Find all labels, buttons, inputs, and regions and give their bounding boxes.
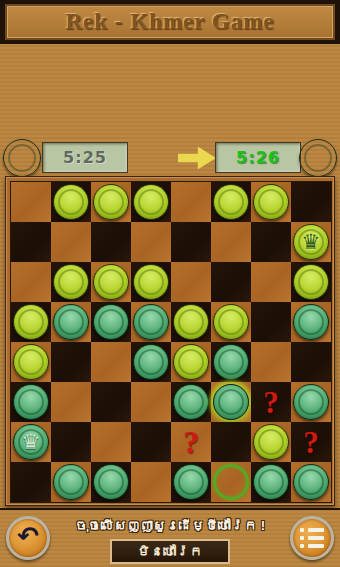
green-man[interactable] — [293, 384, 329, 420]
square-r0c2[interactable] — [91, 182, 131, 222]
menu-list-icon — [300, 528, 324, 548]
yellow-man[interactable] — [133, 184, 169, 220]
square-r7c5[interactable] — [211, 462, 251, 502]
square-r5c7[interactable] — [291, 382, 331, 422]
decline-call-label: មិនហៅរ៉ែក — [138, 544, 203, 559]
left-player-timer: 5:25 — [42, 142, 128, 173]
square-r5c3[interactable] — [131, 382, 171, 422]
square-r6c3[interactable] — [131, 422, 171, 462]
right-player-piece-icon — [299, 139, 337, 177]
square-r7c3[interactable] — [131, 462, 171, 502]
green-man[interactable] — [213, 344, 249, 380]
square-r3c3[interactable] — [131, 302, 171, 342]
square-r1c1[interactable] — [51, 222, 91, 262]
square-r4c0[interactable] — [11, 342, 51, 382]
square-r1c4[interactable] — [171, 222, 211, 262]
square-r0c1[interactable] — [51, 182, 91, 222]
square-r4c2[interactable] — [91, 342, 131, 382]
app-window: Rek - Khmer Game 5:25 5:26 ♛?♛?? ↶ ចុចលើ… — [0, 0, 340, 567]
square-r6c7[interactable]: ? — [291, 422, 331, 462]
square-r1c0[interactable] — [11, 222, 51, 262]
square-r1c3[interactable] — [131, 222, 171, 262]
decline-call-button[interactable]: មិនហៅរ៉ែក — [110, 539, 230, 564]
green-man[interactable] — [253, 464, 289, 500]
call-rek-hint-message: ចុចលើសញ្ញាសួរដើម្បីហៅរ៉ែក ! — [56, 514, 284, 536]
square-r7c4[interactable] — [171, 462, 211, 502]
title-bar: Rek - Khmer Game — [0, 0, 340, 44]
right-timer-value: 5:26 — [236, 148, 280, 167]
square-r3c7[interactable] — [291, 302, 331, 342]
green-man[interactable] — [53, 304, 89, 340]
square-r7c7[interactable] — [291, 462, 331, 502]
bottom-bar: ↶ ចុចលើសញ្ញាសួរដើម្បីហៅរ៉ែក ! មិនហៅរ៉ែក — [0, 508, 340, 567]
square-r2c3[interactable] — [131, 262, 171, 302]
square-r6c2[interactable] — [91, 422, 131, 462]
green-man[interactable] — [93, 464, 129, 500]
yellow-man[interactable] — [293, 264, 329, 300]
square-r1c7[interactable]: ♛ — [291, 222, 331, 262]
square-r2c6[interactable] — [251, 262, 291, 302]
green-man[interactable] — [213, 384, 249, 420]
yellow-man[interactable] — [173, 344, 209, 380]
square-r2c1[interactable] — [51, 262, 91, 302]
square-r1c6[interactable] — [251, 222, 291, 262]
square-r6c0[interactable]: ♛ — [11, 422, 51, 462]
square-r6c5[interactable] — [211, 422, 251, 462]
green-man[interactable] — [293, 464, 329, 500]
square-r2c5[interactable] — [211, 262, 251, 302]
turn-arrow-icon — [178, 146, 216, 170]
yellow-man[interactable] — [213, 304, 249, 340]
yellow-man[interactable] — [13, 304, 49, 340]
green-man[interactable] — [13, 384, 49, 420]
yellow-man[interactable] — [53, 264, 89, 300]
square-r1c5[interactable] — [211, 222, 251, 262]
yellow-man[interactable] — [93, 264, 129, 300]
page-title: Rek - Khmer Game — [65, 9, 274, 35]
square-r7c2[interactable] — [91, 462, 131, 502]
undo-arrow-icon: ↶ — [17, 523, 39, 549]
green-man[interactable] — [93, 304, 129, 340]
king-crown-icon: ♛ — [302, 232, 321, 253]
yellow-man[interactable] — [13, 344, 49, 380]
yellow-man[interactable] — [253, 424, 289, 460]
title-plaque: Rek - Khmer Game — [5, 4, 335, 40]
square-r7c0[interactable] — [11, 462, 51, 502]
question-mark-marker[interactable]: ? — [263, 387, 279, 418]
yellow-king[interactable]: ♛ — [293, 224, 329, 260]
square-r5c5[interactable] — [211, 382, 251, 422]
right-player-timer: 5:26 — [215, 142, 301, 173]
square-r4c5[interactable] — [211, 342, 251, 382]
left-player-piece-icon — [3, 139, 41, 177]
square-r4c4[interactable] — [171, 342, 211, 382]
king-crown-icon: ♛ — [22, 432, 41, 453]
square-r6c4[interactable]: ? — [171, 422, 211, 462]
square-r2c7[interactable] — [291, 262, 331, 302]
move-ring-highlight — [213, 464, 249, 500]
green-man[interactable] — [53, 464, 89, 500]
square-r3c6[interactable] — [251, 302, 291, 342]
square-r0c7[interactable] — [291, 182, 331, 222]
square-r0c4[interactable] — [171, 182, 211, 222]
undo-button[interactable]: ↶ — [6, 516, 50, 560]
board-frame: ♛?♛?? — [5, 176, 335, 506]
square-r5c4[interactable] — [171, 382, 211, 422]
question-mark-marker[interactable]: ? — [183, 427, 199, 458]
left-timer-value: 5:25 — [63, 148, 107, 167]
yellow-man[interactable] — [53, 184, 89, 220]
green-man[interactable] — [173, 384, 209, 420]
square-r4c3[interactable] — [131, 342, 171, 382]
square-r1c2[interactable] — [91, 222, 131, 262]
menu-button[interactable] — [290, 516, 334, 560]
square-r4c7[interactable] — [291, 342, 331, 382]
square-r0c6[interactable] — [251, 182, 291, 222]
square-r2c4[interactable] — [171, 262, 211, 302]
square-r2c2[interactable] — [91, 262, 131, 302]
square-r0c3[interactable] — [131, 182, 171, 222]
square-r0c0[interactable] — [11, 182, 51, 222]
square-r6c1[interactable] — [51, 422, 91, 462]
yellow-man[interactable] — [213, 184, 249, 220]
square-r6c6[interactable] — [251, 422, 291, 462]
square-r4c1[interactable] — [51, 342, 91, 382]
game-board: ♛?♛?? — [10, 181, 332, 503]
square-r3c5[interactable] — [211, 302, 251, 342]
square-r2c0[interactable] — [11, 262, 51, 302]
square-r0c5[interactable] — [211, 182, 251, 222]
square-r3c4[interactable] — [171, 302, 211, 342]
green-king[interactable]: ♛ — [13, 424, 49, 460]
yellow-man[interactable] — [93, 184, 129, 220]
square-r5c0[interactable] — [11, 382, 51, 422]
yellow-man[interactable] — [253, 184, 289, 220]
square-r5c1[interactable] — [51, 382, 91, 422]
square-r7c6[interactable] — [251, 462, 291, 502]
square-r5c2[interactable] — [91, 382, 131, 422]
square-r7c1[interactable] — [51, 462, 91, 502]
green-man[interactable] — [173, 464, 209, 500]
green-man[interactable] — [133, 344, 169, 380]
yellow-man[interactable] — [173, 304, 209, 340]
question-mark-marker[interactable]: ? — [303, 427, 319, 458]
square-r3c1[interactable] — [51, 302, 91, 342]
green-man[interactable] — [133, 304, 169, 340]
green-man[interactable] — [293, 304, 329, 340]
square-r4c6[interactable] — [251, 342, 291, 382]
square-r5c6[interactable]: ? — [251, 382, 291, 422]
yellow-man[interactable] — [133, 264, 169, 300]
square-r3c0[interactable] — [11, 302, 51, 342]
square-r3c2[interactable] — [91, 302, 131, 342]
